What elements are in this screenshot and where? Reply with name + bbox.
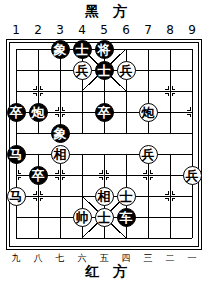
- piece-black-advisor[interactable]: 士: [95, 61, 114, 80]
- piece-red-pawn[interactable]: 兵: [117, 61, 136, 80]
- piece-black-pawn[interactable]: 卒: [29, 166, 48, 185]
- piece-black-general[interactable]: 将: [95, 40, 114, 59]
- top-file-label: 6: [115, 23, 137, 37]
- piece-red-pawn[interactable]: 兵: [73, 61, 92, 80]
- pieces-layer: 象士将兵士兵卒炮卒炮象马相兵卒兵马相士帅士车: [10, 43, 198, 246]
- piece-black-pawn[interactable]: 卒: [7, 103, 26, 122]
- board[interactable]: 象士将兵士兵卒炮卒炮象马相兵卒兵马相士帅士车: [6, 39, 202, 250]
- top-file-label: 2: [27, 23, 49, 37]
- top-file-label: 4: [71, 23, 93, 37]
- piece-black-pawn[interactable]: 卒: [95, 103, 114, 122]
- piece-red-elephant[interactable]: 相: [95, 187, 114, 206]
- piece-red-elephant[interactable]: 相: [51, 145, 70, 164]
- piece-red-pawn[interactable]: 兵: [139, 145, 158, 164]
- xiangqi-diagram: 黑 方 1 2 3 4 5 6 7 8 9 象士将兵士兵卒炮卒炮象马相兵卒兵马相…: [0, 0, 212, 290]
- piece-black-elephant[interactable]: 象: [51, 40, 70, 59]
- piece-red-advisor[interactable]: 士: [117, 187, 136, 206]
- piece-red-pawn[interactable]: 兵: [183, 166, 202, 185]
- top-file-label: 5: [93, 23, 115, 37]
- top-file-label: 1: [5, 23, 27, 37]
- top-file-label: 7: [137, 23, 159, 37]
- piece-black-chariot[interactable]: 车: [117, 208, 136, 227]
- top-file-label: 3: [49, 23, 71, 37]
- piece-red-cannon[interactable]: 炮: [139, 103, 158, 122]
- piece-black-elephant[interactable]: 象: [51, 124, 70, 143]
- piece-black-advisor[interactable]: 士: [73, 40, 92, 59]
- piece-red-horse[interactable]: 马: [7, 187, 26, 206]
- black-side-label: 黑 方: [0, 3, 212, 21]
- top-file-label: 8: [159, 23, 181, 37]
- piece-black-horse[interactable]: 马: [7, 145, 26, 164]
- top-file-label: 9: [181, 23, 203, 37]
- red-side-label: 红 方: [0, 263, 212, 281]
- piece-red-advisor[interactable]: 士: [95, 208, 114, 227]
- piece-black-cannon[interactable]: 炮: [29, 103, 48, 122]
- piece-red-general[interactable]: 帅: [73, 208, 92, 227]
- board-grid: 象士将兵士兵卒炮卒炮象马相兵卒兵马相士帅士车: [9, 42, 199, 247]
